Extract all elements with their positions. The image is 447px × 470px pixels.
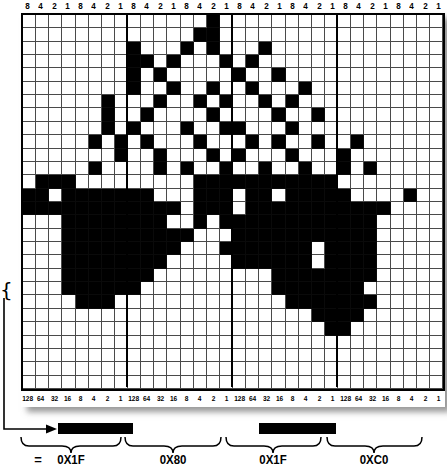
cell-r12c12 (181, 175, 194, 188)
bottom-bit-label-22: 2 (314, 392, 325, 406)
cell-r20c10 (154, 282, 167, 295)
top-bit-label-5: 4 (88, 0, 100, 12)
cell-r10c30 (417, 149, 430, 162)
cell-r13c22 (312, 189, 325, 202)
cell-r9c7 (115, 135, 128, 148)
cell-r16c10 (154, 229, 167, 242)
cell-r17c4 (76, 242, 89, 255)
cell-r20c7 (115, 282, 128, 295)
cell-r27c22 (312, 376, 325, 389)
cell-r1c8 (128, 28, 141, 41)
cell-r9c28 (391, 135, 404, 148)
cell-r14c9 (141, 202, 154, 215)
cell-r15c9 (141, 215, 154, 228)
cell-r11c27 (377, 162, 390, 175)
cell-r24c16 (233, 336, 246, 349)
cell-r26c21 (299, 362, 312, 375)
cell-r9c0 (23, 135, 36, 148)
cell-r20c13 (194, 282, 207, 295)
cell-r27c21 (299, 376, 312, 389)
cell-r9c11 (167, 135, 180, 148)
cell-r8c20 (286, 122, 299, 135)
cell-r20c30 (417, 282, 430, 295)
cell-r16c7 (115, 229, 128, 242)
cell-r4c8 (128, 68, 141, 81)
cell-r23c9 (141, 322, 154, 335)
cell-r26c7 (115, 362, 128, 375)
bottom-bit-label-8: 128 (128, 392, 139, 406)
cell-r17c18 (259, 242, 272, 255)
cell-r21c6 (102, 295, 115, 308)
cell-r16c22 (312, 229, 325, 242)
cell-r21c1 (36, 295, 49, 308)
cell-r7c31 (430, 108, 443, 121)
cell-r8c11 (167, 122, 180, 135)
cell-r25c14 (207, 349, 220, 362)
byte-underbrace-icon-4 (327, 437, 422, 453)
cell-r12c29 (404, 175, 417, 188)
cell-r20c15 (220, 282, 233, 295)
bottom-bit-label-4: 8 (75, 392, 86, 406)
cell-r12c24 (338, 175, 351, 188)
board-grid (21, 13, 445, 391)
cell-r1c31 (430, 28, 443, 41)
cell-r7c20 (286, 108, 299, 121)
cell-r13c8 (128, 189, 141, 202)
cell-r12c3 (62, 175, 75, 188)
cell-r10c27 (377, 149, 390, 162)
cell-r26c28 (391, 362, 404, 375)
top-bit-label-9: 4 (141, 0, 153, 12)
cell-r14c16 (233, 202, 246, 215)
cell-r17c14 (207, 242, 220, 255)
cell-r2c15 (220, 42, 233, 55)
cell-r2c8 (128, 42, 141, 55)
cell-r6c20 (286, 95, 299, 108)
cell-r3c11 (167, 55, 180, 68)
cell-r8c24 (338, 122, 351, 135)
cell-r1c13 (194, 28, 207, 41)
cell-r7c6 (102, 108, 115, 121)
cell-r19c17 (246, 269, 259, 282)
cell-r5c24 (338, 82, 351, 95)
cell-r22c27 (377, 309, 390, 322)
cell-r19c0 (23, 269, 36, 282)
cell-r10c29 (404, 149, 417, 162)
cell-r11c1 (36, 162, 49, 175)
cell-r16c4 (76, 229, 89, 242)
cell-r4c16 (233, 68, 246, 81)
cell-r23c17 (246, 322, 259, 335)
bottom-bit-label-23: 1 (327, 392, 338, 406)
cell-r4c24 (338, 68, 351, 81)
cell-r22c28 (391, 309, 404, 322)
cell-r13c17 (246, 189, 259, 202)
cell-r26c4 (76, 362, 89, 375)
cell-r12c5 (89, 175, 102, 188)
bottom-bit-label-12: 8 (181, 392, 192, 406)
cell-r7c0 (23, 108, 36, 121)
cell-r16c6 (102, 229, 115, 242)
cell-r23c18 (259, 322, 272, 335)
cell-r14c1 (36, 202, 49, 215)
cell-r22c15 (220, 309, 233, 322)
cell-r26c22 (312, 362, 325, 375)
cell-r25c13 (194, 349, 207, 362)
cell-r2c24 (338, 42, 351, 55)
cell-r19c6 (102, 269, 115, 282)
cell-r6c22 (312, 95, 325, 108)
cell-r22c9 (141, 309, 154, 322)
cell-r2c4 (76, 42, 89, 55)
cell-r25c26 (364, 349, 377, 362)
top-bit-label-23: 1 (326, 0, 338, 12)
cell-r9c27 (377, 135, 390, 148)
cell-r1c25 (351, 28, 364, 41)
cell-r20c9 (141, 282, 154, 295)
cell-r15c30 (417, 215, 430, 228)
cell-r21c14 (207, 295, 220, 308)
cell-r22c29 (404, 309, 417, 322)
byte-value-label-1: 0X1F (43, 452, 99, 467)
cell-r6c17 (246, 95, 259, 108)
byte-underbrace-icon-2 (125, 437, 221, 453)
cell-r22c4 (76, 309, 89, 322)
cell-r15c7 (115, 215, 128, 228)
cell-r1c29 (404, 28, 417, 41)
cell-r4c29 (404, 68, 417, 81)
cell-r24c11 (167, 336, 180, 349)
cell-r10c15 (220, 149, 233, 162)
cell-r24c20 (286, 336, 299, 349)
cell-r20c4 (76, 282, 89, 295)
cell-r12c9 (141, 175, 154, 188)
cell-r26c27 (377, 362, 390, 375)
top-bit-label-11: 1 (167, 0, 179, 12)
cell-r0c11 (167, 15, 180, 28)
cell-r14c17 (246, 202, 259, 215)
cell-r17c15 (220, 242, 233, 255)
cell-r15c22 (312, 215, 325, 228)
top-bit-label-26: 2 (366, 0, 378, 12)
top-bit-label-22: 2 (313, 0, 325, 12)
cell-r2c31 (430, 42, 443, 55)
cell-r27c18 (259, 376, 272, 389)
cell-r21c28 (391, 295, 404, 308)
cell-r15c17 (246, 215, 259, 228)
cell-r4c6 (102, 68, 115, 81)
cell-r8c4 (76, 122, 89, 135)
cell-r16c29 (404, 229, 417, 242)
cell-r26c15 (220, 362, 233, 375)
cell-r15c11 (167, 215, 180, 228)
cell-r27c31 (430, 376, 443, 389)
cell-r25c22 (312, 349, 325, 362)
cell-r14c14 (207, 202, 220, 215)
cell-r12c19 (272, 175, 285, 188)
cell-r22c16 (233, 309, 246, 322)
cell-r23c16 (233, 322, 246, 335)
cell-r23c4 (76, 322, 89, 335)
cell-r1c14 (207, 28, 220, 41)
cell-r1c2 (49, 28, 62, 41)
cell-r1c28 (391, 28, 404, 41)
cell-r7c24 (338, 108, 351, 121)
cell-r18c5 (89, 255, 102, 268)
cell-r5c27 (377, 82, 390, 95)
cell-r10c10 (154, 149, 167, 162)
cell-r7c28 (391, 108, 404, 121)
cell-r14c25 (351, 202, 364, 215)
cell-r1c7 (115, 28, 128, 41)
cell-r24c6 (102, 336, 115, 349)
cell-r14c11 (167, 202, 180, 215)
cell-r20c21 (299, 282, 312, 295)
cell-r16c21 (299, 229, 312, 242)
cell-r24c7 (115, 336, 128, 349)
cell-r2c14 (207, 42, 220, 55)
cell-r1c21 (299, 28, 312, 41)
bottom-bit-label-7: 1 (115, 392, 126, 406)
cell-r6c26 (364, 95, 377, 108)
cell-r25c30 (417, 349, 430, 362)
cell-r6c15 (220, 95, 233, 108)
cell-r27c3 (62, 376, 75, 389)
cell-r12c17 (246, 175, 259, 188)
cell-r12c18 (259, 175, 272, 188)
cell-r25c8 (128, 349, 141, 362)
top-bit-label-2: 2 (48, 0, 60, 12)
cell-r13c3 (62, 189, 75, 202)
cell-r3c22 (312, 55, 325, 68)
cell-r21c24 (338, 295, 351, 308)
cell-r27c24 (338, 376, 351, 389)
cell-r16c14 (207, 229, 220, 242)
cell-r25c11 (167, 349, 180, 362)
cell-r6c7 (115, 95, 128, 108)
cell-r15c23 (325, 215, 338, 228)
cell-r14c29 (404, 202, 417, 215)
cell-r7c18 (259, 108, 272, 121)
cell-r15c5 (89, 215, 102, 228)
cell-r8c9 (141, 122, 154, 135)
cell-r20c14 (207, 282, 220, 295)
cell-r23c30 (417, 322, 430, 335)
cell-r4c15 (220, 68, 233, 81)
cell-r13c19 (272, 189, 285, 202)
cell-r15c4 (76, 215, 89, 228)
cell-r12c1 (36, 175, 49, 188)
top-bit-label-14: 2 (207, 0, 219, 12)
cell-r2c20 (286, 42, 299, 55)
cell-r27c5 (89, 376, 102, 389)
cell-r9c4 (76, 135, 89, 148)
cell-r24c25 (351, 336, 364, 349)
cell-r14c6 (102, 202, 115, 215)
cell-r10c12 (181, 149, 194, 162)
cell-r5c1 (36, 82, 49, 95)
cell-r9c29 (404, 135, 417, 148)
cell-r4c23 (325, 68, 338, 81)
cell-r13c11 (167, 189, 180, 202)
bottom-bit-label-25: 64 (354, 392, 365, 406)
cell-r18c31 (430, 255, 443, 268)
cell-r5c28 (391, 82, 404, 95)
cell-r21c17 (246, 295, 259, 308)
cell-r20c23 (325, 282, 338, 295)
cell-r1c22 (312, 28, 325, 41)
cell-r23c15 (220, 322, 233, 335)
cell-r26c16 (233, 362, 246, 375)
cell-r7c2 (49, 108, 62, 121)
cell-r19c5 (89, 269, 102, 282)
cell-r2c21 (299, 42, 312, 55)
cell-r22c17 (246, 309, 259, 322)
cell-r7c22 (312, 108, 325, 121)
cell-r10c18 (259, 149, 272, 162)
cell-r11c25 (351, 162, 364, 175)
cell-r10c22 (312, 149, 325, 162)
cell-r3c7 (115, 55, 128, 68)
cell-r24c23 (325, 336, 338, 349)
cell-r2c11 (167, 42, 180, 55)
cell-r22c12 (181, 309, 194, 322)
bottom-bit-label-9: 64 (142, 392, 153, 406)
cell-r25c18 (259, 349, 272, 362)
cell-r21c7 (115, 295, 128, 308)
cell-r18c7 (115, 255, 128, 268)
cell-r8c31 (430, 122, 443, 135)
cell-r2c18 (259, 42, 272, 55)
cell-r22c23 (325, 309, 338, 322)
cell-r8c10 (154, 122, 167, 135)
cell-r6c10 (154, 95, 167, 108)
cell-r23c24 (338, 322, 351, 335)
cell-r16c3 (62, 229, 75, 242)
cell-r3c26 (364, 55, 377, 68)
cell-r2c23 (325, 42, 338, 55)
cell-r24c24 (338, 336, 351, 349)
cell-r13c14 (207, 189, 220, 202)
cell-r2c28 (391, 42, 404, 55)
cell-r16c18 (259, 229, 272, 242)
cell-r10c28 (391, 149, 404, 162)
cell-r19c23 (325, 269, 338, 282)
cell-r6c12 (181, 95, 194, 108)
cell-r3c14 (207, 55, 220, 68)
cell-r12c28 (391, 175, 404, 188)
cell-r26c12 (181, 362, 194, 375)
cell-r13c2 (49, 189, 62, 202)
cell-r17c0 (23, 242, 36, 255)
cell-r0c20 (286, 15, 299, 28)
cell-r9c8 (128, 135, 141, 148)
top-bit-label-15: 1 (220, 0, 232, 12)
cell-r20c22 (312, 282, 325, 295)
cell-r12c26 (364, 175, 377, 188)
cell-r16c1 (36, 229, 49, 242)
cell-r19c21 (299, 269, 312, 282)
cell-r5c13 (194, 82, 207, 95)
cell-r20c3 (62, 282, 75, 295)
top-bit-label-3: 1 (61, 0, 73, 12)
cell-r3c4 (76, 55, 89, 68)
cell-r2c19 (272, 42, 285, 55)
cell-r18c15 (220, 255, 233, 268)
cell-r15c2 (49, 215, 62, 228)
cell-r7c7 (115, 108, 128, 121)
top-bit-label-6: 2 (101, 0, 113, 12)
cell-r8c3 (62, 122, 75, 135)
cell-r17c30 (417, 242, 430, 255)
cell-r4c9 (141, 68, 154, 81)
top-bit-label-10: 2 (154, 0, 166, 12)
cell-r13c16 (233, 189, 246, 202)
cell-r20c20 (286, 282, 299, 295)
cell-r1c19 (272, 28, 285, 41)
cell-r18c27 (377, 255, 390, 268)
cell-r6c18 (259, 95, 272, 108)
cell-r8c14 (207, 122, 220, 135)
cell-r25c20 (286, 349, 299, 362)
cell-r17c26 (364, 242, 377, 255)
cell-r26c18 (259, 362, 272, 375)
cell-r23c10 (154, 322, 167, 335)
cell-r15c18 (259, 215, 272, 228)
cell-r1c3 (62, 28, 75, 41)
cell-r14c31 (430, 202, 443, 215)
cell-r20c1 (36, 282, 49, 295)
cell-r22c1 (36, 309, 49, 322)
cell-r5c12 (181, 82, 194, 95)
cell-r22c21 (299, 309, 312, 322)
cell-r8c8 (128, 122, 141, 135)
cell-r16c17 (246, 229, 259, 242)
cell-r11c15 (220, 162, 233, 175)
cell-r24c29 (404, 336, 417, 349)
cell-r7c27 (377, 108, 390, 121)
cell-r25c29 (404, 349, 417, 362)
cell-r1c26 (364, 28, 377, 41)
cell-r18c2 (49, 255, 62, 268)
cell-r4c13 (194, 68, 207, 81)
cell-r23c21 (299, 322, 312, 335)
cell-r19c4 (76, 269, 89, 282)
cell-r13c12 (181, 189, 194, 202)
cell-r6c30 (417, 95, 430, 108)
cell-r2c5 (89, 42, 102, 55)
cell-r0c4 (76, 15, 89, 28)
cell-r24c9 (141, 336, 154, 349)
cell-r15c20 (286, 215, 299, 228)
cell-r10c26 (364, 149, 377, 162)
cell-r15c12 (181, 215, 194, 228)
cell-r5c14 (207, 82, 220, 95)
cell-r12c31 (430, 175, 443, 188)
cell-r6c2 (49, 95, 62, 108)
cell-r3c21 (299, 55, 312, 68)
cell-r5c19 (272, 82, 285, 95)
cell-r25c9 (141, 349, 154, 362)
cell-r6c19 (272, 95, 285, 108)
cell-r15c13 (194, 215, 207, 228)
cell-r3c5 (89, 55, 102, 68)
cell-r22c11 (167, 309, 180, 322)
bottom-bit-label-3: 16 (62, 392, 73, 406)
cell-r24c26 (364, 336, 377, 349)
cell-r25c3 (62, 349, 75, 362)
cell-r9c18 (259, 135, 272, 148)
